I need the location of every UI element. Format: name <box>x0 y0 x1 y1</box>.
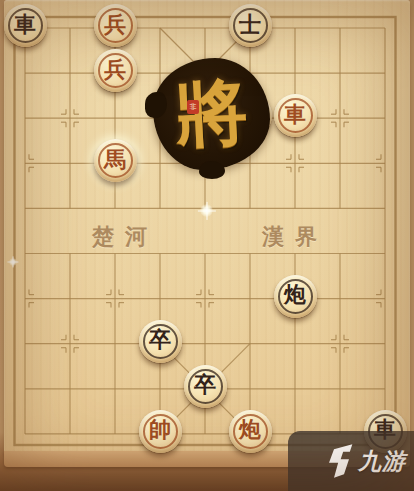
piece-character: 車 <box>274 94 317 137</box>
piece-character: 卒 <box>184 365 227 408</box>
piece-character: 炮 <box>274 275 317 318</box>
piece-character: 馬 <box>94 139 137 182</box>
piece-character: 卒 <box>139 320 182 363</box>
sparkle-effect <box>9 258 17 266</box>
red-chariot-piece[interactable]: 車 <box>274 94 317 137</box>
seal-mark-icon: 非 <box>187 100 199 114</box>
red-horse-piece[interactable]: 馬 <box>94 139 137 182</box>
sparkle-effect <box>200 204 213 217</box>
watermark-badge: 九游 <box>288 431 414 491</box>
black-cannon-piece[interactable]: 炮 <box>274 275 317 318</box>
black-advisor-piece[interactable]: 士 <box>229 4 272 47</box>
river-label-left: 楚河 <box>92 222 158 252</box>
watermark-text: 九游 <box>358 446 406 477</box>
red-soldier-piece[interactable]: 兵 <box>94 4 137 47</box>
piece-character: 帥 <box>139 410 182 453</box>
red-cannon-piece[interactable]: 炮 <box>229 410 272 453</box>
black-soldier-piece[interactable]: 卒 <box>139 320 182 363</box>
red-general-piece[interactable]: 帥 <box>139 410 182 453</box>
piece-character: 士 <box>229 4 272 47</box>
black-soldier-piece[interactable]: 卒 <box>184 365 227 408</box>
check-stamp-overlay: 將 非 <box>153 58 270 170</box>
jiuyou-logo-icon <box>324 440 354 482</box>
piece-character: 車 <box>4 4 47 47</box>
river-label-right: 漢界 <box>262 222 328 252</box>
red-soldier-piece[interactable]: 兵 <box>94 49 137 92</box>
piece-character: 炮 <box>229 410 272 453</box>
piece-character: 兵 <box>94 49 137 92</box>
black-chariot-piece[interactable]: 車 <box>4 4 47 47</box>
check-stamp-character: 將 <box>150 55 273 173</box>
piece-character: 兵 <box>94 4 137 47</box>
xiangqi-game-screen: 楚河 漢界 車兵士兵將士車馬炮卒卒帥炮車 將 非 九游 <box>0 0 414 491</box>
